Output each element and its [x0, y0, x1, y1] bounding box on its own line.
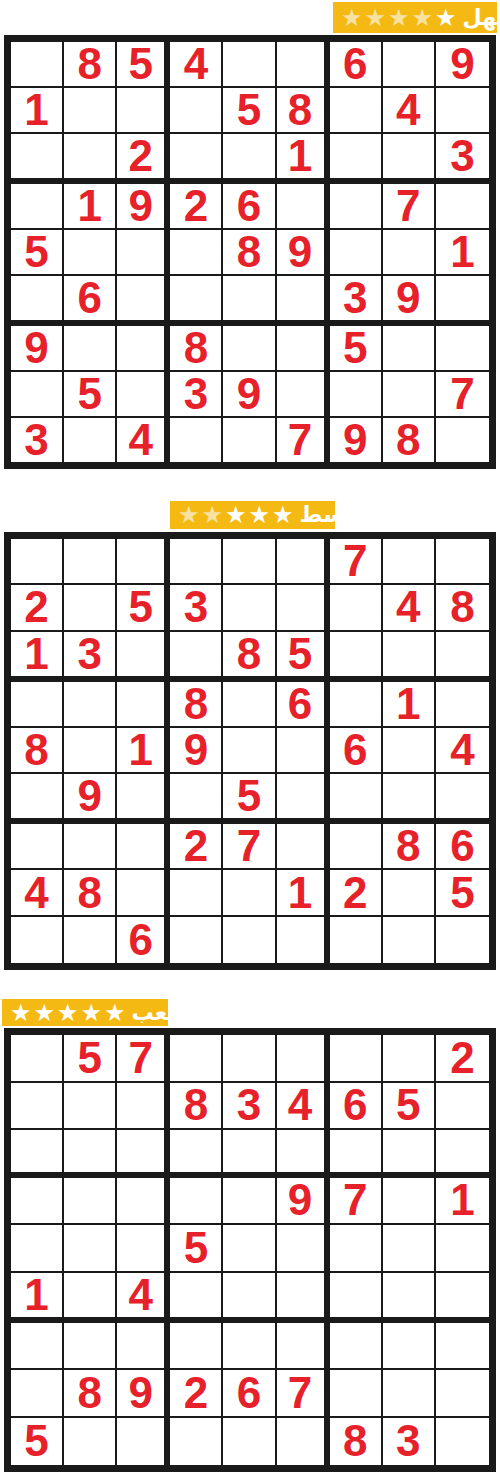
cell-r9-c5[interactable]	[223, 1418, 276, 1466]
cell-r2-c3[interactable]	[117, 88, 170, 134]
cell-r2-c6: 8	[277, 88, 330, 134]
cell-r7-c1: 9	[11, 326, 64, 372]
cell-r4-c3: 9	[117, 184, 170, 230]
cell-r6-c8[interactable]	[383, 774, 436, 824]
cell-r7-c6[interactable]	[277, 326, 330, 372]
cell-r7-c7[interactable]	[330, 824, 383, 870]
cell-r1-c3: 7	[117, 1035, 170, 1083]
cell-r2-c7[interactable]	[330, 585, 383, 631]
cell-r2-c3: 5	[117, 585, 170, 631]
cell-r3-c6[interactable]	[277, 1130, 330, 1178]
cell-r2-c8: 5	[383, 1083, 436, 1131]
cell-r3-c4[interactable]	[170, 632, 223, 682]
cell-r9-c3: 6	[117, 917, 170, 963]
cell-r8-c8[interactable]	[383, 372, 436, 418]
cell-r8-c9: 5	[436, 870, 489, 916]
cell-r3-c7[interactable]	[330, 632, 383, 682]
cell-r6-c7: 3	[330, 276, 383, 326]
cell-r3-c8[interactable]	[383, 1130, 436, 1178]
cell-r3-c7[interactable]	[330, 134, 383, 184]
cell-r4-c1[interactable]	[11, 682, 64, 728]
cell-r9-c8: 8	[383, 418, 436, 462]
cell-r9-c2[interactable]	[64, 917, 117, 963]
cell-r6-c1: 1	[11, 1273, 64, 1323]
cell-r9-c4[interactable]	[170, 917, 223, 963]
cell-r3-c6: 1	[277, 134, 330, 184]
cell-r5-c7[interactable]	[330, 1225, 383, 1273]
cell-r4-c7[interactable]	[330, 184, 383, 230]
star-icon: ★	[272, 503, 294, 527]
cell-r9-c6: 7	[277, 418, 330, 462]
cell-r7-c7: 5	[330, 326, 383, 372]
cell-r1-c7: 7	[330, 539, 383, 585]
star-icon: ★	[225, 503, 247, 527]
cell-r3-c8[interactable]	[383, 632, 436, 682]
cell-r4-c4[interactable]	[170, 1178, 223, 1226]
cell-r6-c2[interactable]	[64, 1273, 117, 1323]
star-icon: ★	[412, 6, 434, 30]
cell-r4-c6[interactable]	[277, 184, 330, 230]
cell-r3-c1[interactable]	[11, 1130, 64, 1178]
cell-r4-c8: 7	[383, 184, 436, 230]
cell-r8-c7[interactable]	[330, 1370, 383, 1418]
cell-r4-c7[interactable]	[330, 682, 383, 728]
cell-r5-c8[interactable]	[383, 230, 436, 276]
cell-r3-c5: 8	[223, 632, 276, 682]
cell-r9-c5[interactable]	[223, 917, 276, 963]
cell-r1-c1[interactable]	[11, 1035, 64, 1083]
cell-r7-c8: 8	[383, 824, 436, 870]
cell-r6-c4[interactable]	[170, 1273, 223, 1323]
cell-r3-c9: 3	[436, 134, 489, 184]
cell-r6-c2: 6	[64, 276, 117, 326]
cell-r2-c5: 5	[223, 88, 276, 134]
cell-r4-c5[interactable]	[223, 1178, 276, 1226]
cell-r4-c8: 1	[383, 682, 436, 728]
cell-r1-c3[interactable]	[117, 539, 170, 585]
cell-r6-c1[interactable]	[11, 774, 64, 824]
cell-r3-c7[interactable]	[330, 1130, 383, 1178]
cell-r4-c1[interactable]	[11, 184, 64, 230]
cell-r5-c7: 6	[330, 728, 383, 774]
cell-r9-c2[interactable]	[64, 1418, 117, 1466]
cell-r5-c5[interactable]	[223, 728, 276, 774]
cell-r4-c8[interactable]	[383, 1178, 436, 1226]
cell-r8-c9[interactable]	[436, 1370, 489, 1418]
cell-r4-c5: 6	[223, 184, 276, 230]
cell-r6-c6[interactable]	[277, 276, 330, 326]
cell-r5-c6: 9	[277, 230, 330, 276]
cell-r1-c9: 9	[436, 42, 489, 88]
cell-r7-c4[interactable]	[170, 1323, 223, 1371]
cell-r1-c8[interactable]	[383, 1035, 436, 1083]
cell-r1-c9[interactable]	[436, 539, 489, 585]
cell-r4-c9[interactable]	[436, 682, 489, 728]
cell-r6-c3[interactable]	[117, 774, 170, 824]
cell-r8-c1: 4	[11, 870, 64, 916]
cell-r5-c4: 5	[170, 1225, 223, 1273]
cell-r1-c8[interactable]	[383, 539, 436, 585]
cell-r6-c8[interactable]	[383, 1273, 436, 1323]
star-icon: ★	[34, 1001, 56, 1025]
cell-r3-c5[interactable]	[223, 134, 276, 184]
cell-r4-c5[interactable]	[223, 682, 276, 728]
cell-r6-c6[interactable]	[277, 1273, 330, 1323]
cell-r2-c3[interactable]	[117, 1083, 170, 1131]
star-icon: ★	[435, 6, 457, 30]
cell-r2-c1: 2	[11, 585, 64, 631]
sudoku-board-hard: 5728346597151489267583	[4, 1028, 496, 1472]
cell-r9-c4[interactable]	[170, 418, 223, 462]
cell-r4-c3[interactable]	[117, 1178, 170, 1226]
cell-r1-c4: 4	[170, 42, 223, 88]
cell-r5-c9[interactable]	[436, 1225, 489, 1273]
cell-r8-c8[interactable]	[383, 1370, 436, 1418]
cell-r6-c8: 9	[383, 276, 436, 326]
cell-r9-c6[interactable]	[277, 1418, 330, 1466]
cell-r9-c4[interactable]	[170, 1418, 223, 1466]
cell-r6-c7[interactable]	[330, 774, 383, 824]
cell-r4-c4: 8	[170, 682, 223, 728]
cell-r2-c6: 4	[277, 1083, 330, 1131]
cell-r1-c5[interactable]	[223, 1035, 276, 1083]
cell-r2-c1: 1	[11, 88, 64, 134]
cell-r6-c4[interactable]	[170, 774, 223, 824]
cell-r4-c2[interactable]	[64, 682, 117, 728]
cell-r2-c4[interactable]	[170, 88, 223, 134]
cell-r8-c7: 2	[330, 870, 383, 916]
cell-r7-c3[interactable]	[117, 824, 170, 870]
star-icon: ★	[365, 6, 387, 30]
cell-r8-c2: 5	[64, 372, 117, 418]
cell-r8-c4[interactable]	[170, 870, 223, 916]
cell-r3-c5[interactable]	[223, 1130, 276, 1178]
cell-r2-c4: 8	[170, 1083, 223, 1131]
cell-r9-c1[interactable]	[11, 917, 64, 963]
cell-r6-c2: 9	[64, 774, 117, 824]
cell-r5-c5[interactable]	[223, 1225, 276, 1273]
cell-r9-c9[interactable]	[436, 917, 489, 963]
cell-r8-c1[interactable]	[11, 372, 64, 418]
cell-r5-c8[interactable]	[383, 1225, 436, 1273]
cell-r3-c2: 3	[64, 632, 117, 682]
cell-r8-c8[interactable]	[383, 870, 436, 916]
cell-r7-c7[interactable]	[330, 1323, 383, 1371]
cell-r4-c6: 6	[277, 682, 330, 728]
star-icon: ★	[388, 6, 410, 30]
sudoku-board-medium: 725348138586181964952786481256	[4, 532, 496, 970]
cell-r2-c9[interactable]	[436, 88, 489, 134]
cell-r1-c6[interactable]	[277, 539, 330, 585]
cell-r8-c5[interactable]	[223, 870, 276, 916]
cell-r5-c9: 4	[436, 728, 489, 774]
cell-r7-c5[interactable]	[223, 1323, 276, 1371]
cell-r5-c1: 5	[11, 230, 64, 276]
cell-r9-c9[interactable]	[436, 1418, 489, 1466]
cell-r7-c2[interactable]	[64, 1323, 117, 1371]
cell-r7-c3[interactable]	[117, 326, 170, 372]
cell-r6-c7[interactable]	[330, 1273, 383, 1323]
cell-r6-c9[interactable]	[436, 276, 489, 326]
cell-r2-c2[interactable]	[64, 88, 117, 134]
star-rating-hard: ★★★★★	[10, 1001, 126, 1025]
cell-r7-c6[interactable]	[277, 824, 330, 870]
cell-r2-c1[interactable]	[11, 1083, 64, 1131]
cell-r5-c2[interactable]	[64, 1225, 117, 1273]
cell-r8-c3: 9	[117, 1370, 170, 1418]
cell-r8-c5: 9	[223, 372, 276, 418]
cell-r1-c2[interactable]	[64, 539, 117, 585]
cell-r8-c6: 1	[277, 870, 330, 916]
cell-r9-c5[interactable]	[223, 418, 276, 462]
cell-r8-c3[interactable]	[117, 870, 170, 916]
cell-r3-c4[interactable]	[170, 134, 223, 184]
cell-r6-c3[interactable]	[117, 276, 170, 326]
star-icon: ★	[10, 1001, 32, 1025]
cell-r3-c4[interactable]	[170, 1130, 223, 1178]
cell-r9-c3[interactable]	[117, 1418, 170, 1466]
cell-r9-c9[interactable]	[436, 418, 489, 462]
cell-r3-c9[interactable]	[436, 632, 489, 682]
sudoku-board-easy: 854691584213192675891639985539734798	[4, 35, 496, 469]
star-icon: ★	[249, 503, 271, 527]
cell-r7-c2[interactable]	[64, 824, 117, 870]
cell-r9-c1: 3	[11, 418, 64, 462]
cell-r6-c1[interactable]	[11, 276, 64, 326]
cell-r7-c9[interactable]	[436, 326, 489, 372]
cell-r2-c2[interactable]	[64, 1083, 117, 1131]
cell-r2-c5: 3	[223, 1083, 276, 1131]
cell-r9-c7: 8	[330, 1418, 383, 1466]
star-icon: ★	[81, 1001, 103, 1025]
cell-r5-c6[interactable]	[277, 728, 330, 774]
cell-r7-c1[interactable]	[11, 824, 64, 870]
difficulty-banner-hard: ★★★★★ صعب	[2, 999, 168, 1026]
cell-r9-c6[interactable]	[277, 917, 330, 963]
cell-r8-c2: 8	[64, 1370, 117, 1418]
cell-r5-c4[interactable]	[170, 230, 223, 276]
cell-r3-c1[interactable]	[11, 134, 64, 184]
cell-r7-c3[interactable]	[117, 1323, 170, 1371]
cell-r1-c6[interactable]	[277, 1035, 330, 1083]
sudoku-page: ★★★★★ سهل 854691584213192675891639985539…	[0, 0, 500, 1474]
cell-r6-c5[interactable]	[223, 1273, 276, 1323]
difficulty-label-easy: سهل	[463, 7, 500, 29]
cell-r9-c3: 4	[117, 418, 170, 462]
cell-r3-c9[interactable]	[436, 1130, 489, 1178]
cell-r8-c5: 6	[223, 1370, 276, 1418]
star-rating-medium: ★★★★★	[178, 503, 294, 527]
cell-r8-c4: 3	[170, 372, 223, 418]
cell-r3-c2[interactable]	[64, 134, 117, 184]
cell-r3-c8[interactable]	[383, 134, 436, 184]
cell-r8-c4: 2	[170, 1370, 223, 1418]
cell-r8-c9: 7	[436, 372, 489, 418]
cell-r4-c3[interactable]	[117, 682, 170, 728]
cell-r7-c9: 6	[436, 824, 489, 870]
cell-r5-c6[interactable]	[277, 1225, 330, 1273]
cell-r4-c1[interactable]	[11, 1178, 64, 1226]
cell-r8-c3[interactable]	[117, 372, 170, 418]
cell-r3-c3[interactable]	[117, 1130, 170, 1178]
cell-r1-c5[interactable]	[223, 539, 276, 585]
cell-r7-c2[interactable]	[64, 326, 117, 372]
cell-r1-c9: 2	[436, 1035, 489, 1083]
cell-r7-c4: 2	[170, 824, 223, 870]
cell-r7-c6[interactable]	[277, 1323, 330, 1371]
star-icon: ★	[104, 1001, 126, 1025]
cell-r8-c6[interactable]	[277, 372, 330, 418]
cell-r4-c9[interactable]	[436, 184, 489, 230]
difficulty-banner-medium: ★★★★★ وسط	[170, 501, 335, 529]
cell-r5-c3[interactable]	[117, 1225, 170, 1273]
star-icon: ★	[57, 1001, 79, 1025]
cell-r2-c9[interactable]	[436, 1083, 489, 1131]
cell-r1-c1[interactable]	[11, 42, 64, 88]
cell-r5-c3[interactable]	[117, 230, 170, 276]
cell-r4-c6: 9	[277, 1178, 330, 1226]
cell-r7-c9[interactable]	[436, 1323, 489, 1371]
cell-r7-c8[interactable]	[383, 1323, 436, 1371]
cell-r3-c6: 5	[277, 632, 330, 682]
cell-r5-c1[interactable]	[11, 1225, 64, 1273]
cell-r1-c7[interactable]	[330, 1035, 383, 1083]
cell-r2-c6[interactable]	[277, 585, 330, 631]
cell-r1-c4[interactable]	[170, 1035, 223, 1083]
cell-r6-c9[interactable]	[436, 1273, 489, 1323]
cell-r2-c7: 6	[330, 1083, 383, 1131]
cell-r5-c1: 8	[11, 728, 64, 774]
cell-r3-c3[interactable]	[117, 632, 170, 682]
cell-r5-c8[interactable]	[383, 728, 436, 774]
cell-r9-c7[interactable]	[330, 917, 383, 963]
cell-r2-c9: 8	[436, 585, 489, 631]
cell-r9-c8: 3	[383, 1418, 436, 1466]
cell-r7-c4: 8	[170, 326, 223, 372]
cell-r2-c8: 4	[383, 88, 436, 134]
cell-r7-c5: 7	[223, 824, 276, 870]
cell-r1-c5[interactable]	[223, 42, 276, 88]
difficulty-banner-easy: ★★★★★ سهل	[333, 2, 497, 33]
cell-r7-c8[interactable]	[383, 326, 436, 372]
cell-r3-c3: 2	[117, 134, 170, 184]
cell-r8-c6: 7	[277, 1370, 330, 1418]
cell-r4-c7: 7	[330, 1178, 383, 1226]
difficulty-label-hard: صعب	[132, 1002, 189, 1024]
cell-r7-c5[interactable]	[223, 326, 276, 372]
cell-r5-c9: 1	[436, 230, 489, 276]
cell-r6-c3: 4	[117, 1273, 170, 1323]
cell-r1-c4[interactable]	[170, 539, 223, 585]
cell-r2-c5[interactable]	[223, 585, 276, 631]
cell-r1-c2: 8	[64, 42, 117, 88]
cell-r4-c9: 1	[436, 1178, 489, 1226]
cell-r6-c5[interactable]	[223, 276, 276, 326]
cell-r1-c2: 5	[64, 1035, 117, 1083]
difficulty-label-medium: وسط	[300, 504, 359, 526]
star-icon: ★	[202, 503, 224, 527]
cell-r1-c1[interactable]	[11, 539, 64, 585]
cell-r7-c1[interactable]	[11, 1323, 64, 1371]
cell-r2-c8: 4	[383, 585, 436, 631]
cell-r1-c7: 6	[330, 42, 383, 88]
cell-r8-c2: 8	[64, 870, 117, 916]
cell-r2-c4: 3	[170, 585, 223, 631]
cell-r2-c2[interactable]	[64, 585, 117, 631]
cell-r5-c2[interactable]	[64, 728, 117, 774]
cell-r8-c7[interactable]	[330, 372, 383, 418]
cell-r5-c3: 1	[117, 728, 170, 774]
cell-r6-c5: 5	[223, 774, 276, 824]
cell-r5-c7[interactable]	[330, 230, 383, 276]
cell-r5-c2[interactable]	[64, 230, 117, 276]
star-icon: ★	[341, 6, 363, 30]
cell-r6-c4[interactable]	[170, 276, 223, 326]
star-icon: ★	[178, 503, 200, 527]
cell-r5-c5: 8	[223, 230, 276, 276]
cell-r3-c2[interactable]	[64, 1130, 117, 1178]
cell-r9-c7: 9	[330, 418, 383, 462]
cell-r5-c4: 9	[170, 728, 223, 774]
cell-r1-c6[interactable]	[277, 42, 330, 88]
cell-r8-c1[interactable]	[11, 1370, 64, 1418]
cell-r3-c1: 1	[11, 632, 64, 682]
cell-r9-c1: 5	[11, 1418, 64, 1466]
cell-r2-c7[interactable]	[330, 88, 383, 134]
cell-r9-c8[interactable]	[383, 917, 436, 963]
cell-r1-c8[interactable]	[383, 42, 436, 88]
cell-r9-c2[interactable]	[64, 418, 117, 462]
cell-r4-c2[interactable]	[64, 1178, 117, 1226]
cell-r6-c9[interactable]	[436, 774, 489, 824]
cell-r4-c4: 2	[170, 184, 223, 230]
star-rating-easy: ★★★★★	[341, 6, 457, 30]
cell-r6-c6[interactable]	[277, 774, 330, 824]
cell-r1-c3: 5	[117, 42, 170, 88]
cell-r4-c2: 1	[64, 184, 117, 230]
